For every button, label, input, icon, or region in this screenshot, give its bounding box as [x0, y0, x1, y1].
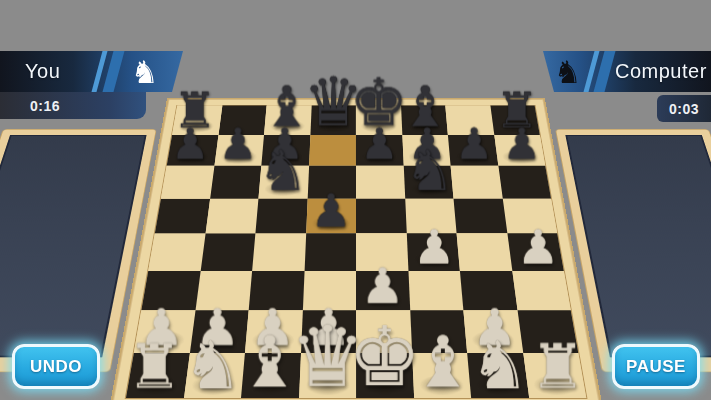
chess-app-screen: ♜♝♛♚♝♜♟♟♟♟♟♟♟♞♞♟♟♟♟♟♟♟♟♟♜♞♝♛♚♝♞♜ You ♞ ♞… — [0, 0, 711, 400]
piece-black-pawn-a7[interactable]: ♟ — [171, 123, 210, 166]
timer-you-value: 0:16 — [30, 98, 60, 114]
piece-black-pawn-e7[interactable]: ♟ — [360, 123, 399, 166]
square-b1[interactable]: ♞ — [183, 353, 245, 398]
board-frame: ♜♝♛♚♝♜♟♟♟♟♟♟♟♞♞♟♟♟♟♟♟♟♟♟♜♞♝♛♚♝♞♜ — [109, 99, 603, 400]
undo-button[interactable]: UNDO — [12, 344, 100, 389]
piece-white-pawn-e3[interactable]: ♟ — [360, 261, 404, 310]
piece-white-pawn-h4[interactable]: ♟ — [516, 223, 558, 270]
piece-black-pawn-h7[interactable]: ♟ — [502, 123, 541, 166]
square-e6[interactable] — [356, 166, 405, 199]
square-h4[interactable]: ♟ — [506, 233, 563, 270]
square-h3[interactable] — [511, 271, 570, 311]
player-you-label: You — [25, 51, 60, 92]
white-knight-icon: ♞ — [131, 53, 159, 91]
square-b6[interactable] — [209, 166, 261, 199]
square-e3[interactable]: ♟ — [356, 271, 410, 311]
piece-black-knight-f6[interactable]: ♞ — [404, 142, 454, 198]
square-b4[interactable] — [200, 233, 255, 270]
timer-computer-value: 0:03 — [669, 101, 699, 117]
square-g7[interactable]: ♟ — [447, 135, 497, 166]
square-c4[interactable] — [252, 233, 306, 270]
square-g5[interactable] — [453, 198, 506, 233]
square-a7[interactable]: ♟ — [166, 135, 217, 166]
timer-computer: 0:03 — [657, 95, 711, 122]
player-banner-computer: ♞ Computer — [543, 51, 711, 92]
piece-white-knight-g1[interactable]: ♞ — [470, 332, 529, 398]
square-c6[interactable]: ♞ — [258, 166, 308, 199]
player-banner-you: You ♞ — [0, 51, 183, 92]
square-e5[interactable] — [356, 198, 406, 233]
square-g1[interactable]: ♞ — [467, 353, 529, 398]
piece-black-pawn-d5[interactable]: ♟ — [310, 188, 351, 234]
square-f4[interactable]: ♟ — [406, 233, 460, 270]
pause-button[interactable]: PAUSE — [612, 344, 700, 389]
square-b5[interactable] — [205, 198, 258, 233]
black-knight-icon: ♞ — [554, 53, 582, 91]
piece-black-pawn-b7[interactable]: ♟ — [218, 123, 257, 166]
square-b7[interactable]: ♟ — [214, 135, 264, 166]
square-e1[interactable]: ♚ — [356, 353, 414, 398]
square-g6[interactable] — [450, 166, 502, 199]
square-d5[interactable]: ♟ — [305, 198, 355, 233]
piece-white-pawn-f4[interactable]: ♟ — [412, 223, 454, 270]
square-e7[interactable]: ♟ — [356, 135, 403, 166]
square-h6[interactable] — [497, 166, 550, 199]
square-d4[interactable] — [304, 233, 356, 270]
square-h1[interactable]: ♜ — [522, 353, 586, 398]
square-a6[interactable] — [160, 166, 213, 199]
piece-black-pawn-g7[interactable]: ♟ — [454, 123, 493, 166]
table-surface: ♜♝♛♚♝♜♟♟♟♟♟♟♟♞♞♟♟♟♟♟♟♟♟♟♜♞♝♛♚♝♞♜ — [0, 99, 711, 400]
timer-you: 0:16 — [0, 92, 146, 119]
square-f6[interactable]: ♞ — [403, 166, 453, 199]
square-a4[interactable] — [148, 233, 205, 270]
player-computer-label: Computer — [615, 51, 707, 92]
square-f3[interactable] — [407, 271, 462, 311]
square-a5[interactable] — [154, 198, 209, 233]
square-d7[interactable] — [308, 135, 355, 166]
piece-white-rook-a1[interactable]: ♜ — [127, 336, 182, 398]
square-f1[interactable]: ♝ — [411, 353, 471, 398]
square-h7[interactable]: ♟ — [493, 135, 544, 166]
square-g4[interactable] — [456, 233, 511, 270]
chess-board[interactable]: ♜♝♛♚♝♜♟♟♟♟♟♟♟♞♞♟♟♟♟♟♟♟♟♟♜♞♝♛♚♝♞♜ — [125, 105, 585, 398]
piece-white-rook-h1[interactable]: ♜ — [529, 336, 584, 398]
piece-white-knight-b1[interactable]: ♞ — [182, 332, 241, 398]
piece-white-bishop-f1[interactable]: ♝ — [410, 327, 473, 398]
square-a1[interactable]: ♜ — [125, 353, 189, 398]
piece-black-knight-c6[interactable]: ♞ — [257, 142, 307, 198]
square-c5[interactable] — [255, 198, 307, 233]
